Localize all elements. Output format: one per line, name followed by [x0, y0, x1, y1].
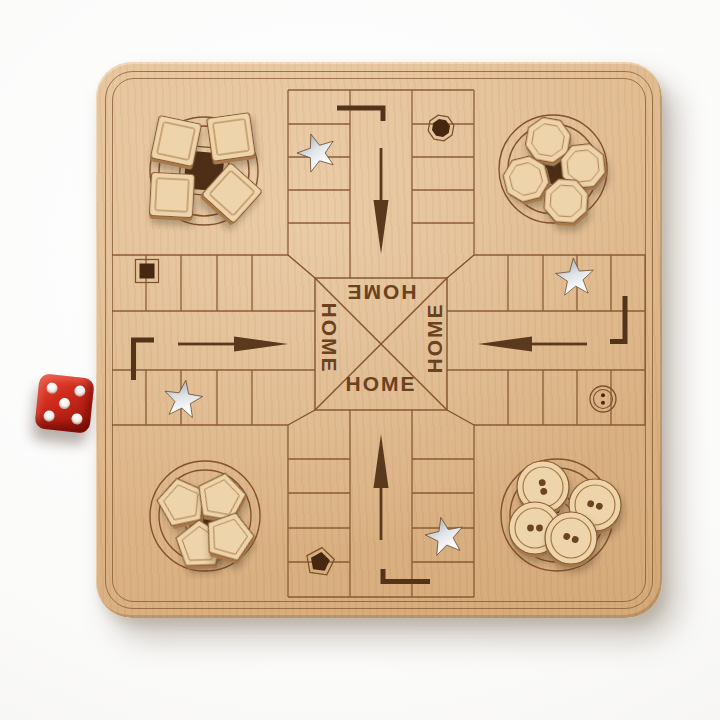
die-face-5[interactable] [34, 373, 94, 433]
star-cutout-icon [293, 128, 340, 174]
photo-scene: HOME HOME HOME HOME [0, 0, 720, 720]
square-start-marker [136, 260, 159, 283]
die-pip [43, 410, 55, 422]
piece-square-1[interactable] [150, 115, 202, 169]
piece-button-4[interactable] [545, 512, 597, 568]
octagon-start-marker [427, 114, 455, 142]
arrow-down-icon [374, 148, 389, 254]
star-cutout-icon [162, 378, 205, 419]
arrow-left-icon [478, 337, 587, 352]
die-pip [74, 385, 86, 397]
board-engraving [96, 62, 662, 618]
star-cutout-icon [554, 256, 595, 295]
star-cutout-icon [422, 513, 467, 556]
die-pip [58, 397, 70, 409]
home-label-bottom: HOME [346, 372, 417, 396]
arrow-up-icon [374, 434, 389, 540]
button-start-marker [590, 386, 616, 412]
home-label-left: HOME [317, 303, 341, 374]
pentagon-start-marker [305, 546, 336, 576]
home-label-top: HOME [346, 280, 417, 304]
piece-square-2[interactable] [207, 113, 256, 165]
arrow-right-icon [178, 337, 288, 352]
die-pip [46, 382, 58, 394]
ludo-board: HOME HOME HOME HOME [96, 62, 662, 618]
home-label-right: HOME [423, 303, 447, 374]
piece-square-3[interactable] [149, 172, 194, 221]
die-pip [71, 413, 83, 425]
